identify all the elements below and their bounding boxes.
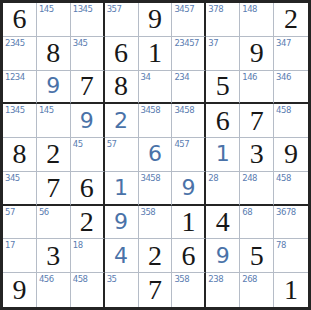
cell-r1c3[interactable]: 1345: [71, 3, 105, 37]
cell-r1c8[interactable]: 148: [240, 3, 274, 37]
cell-r2c4[interactable]: 6: [105, 37, 139, 71]
given-digit: 7: [250, 107, 264, 135]
pencil-marks: 357: [107, 4, 122, 14]
cell-r7c6[interactable]: 1: [172, 206, 206, 240]
pencil-marks: 3458: [141, 105, 161, 115]
given-digit: 9: [148, 5, 162, 33]
pencil-marks: 3458: [174, 105, 194, 115]
cell-r6c5[interactable]: 3458: [139, 172, 173, 206]
cell-r5c9[interactable]: 9: [274, 138, 308, 172]
pencil-marks: 268: [242, 274, 257, 284]
solved-digit: 1: [114, 177, 128, 199]
solved-digit: 4: [114, 245, 128, 267]
pencil-marks: 148: [242, 4, 257, 14]
pencil-marks: 456: [39, 274, 54, 284]
given-digit: 3: [250, 140, 264, 168]
pencil-marks: 18: [73, 240, 83, 250]
cell-r3c2[interactable]: 9: [37, 71, 71, 105]
cell-r3c6[interactable]: 234: [172, 71, 206, 105]
cell-r6c7[interactable]: 28: [206, 172, 240, 206]
cell-r2c8[interactable]: 9: [240, 37, 274, 71]
solved-digit: 9: [46, 75, 60, 97]
cell-r3c8[interactable]: 146: [240, 71, 274, 105]
cell-r4c3[interactable]: 9: [71, 104, 105, 138]
cell-r1c2[interactable]: 145: [37, 3, 71, 37]
cell-r2c9[interactable]: 347: [274, 37, 308, 71]
cell-r4c8[interactable]: 7: [240, 104, 274, 138]
given-digit: 6: [181, 242, 195, 270]
cell-r8c2[interactable]: 3: [37, 239, 71, 273]
cell-r1c5[interactable]: 9: [139, 3, 173, 37]
pencil-marks: 358: [141, 207, 156, 217]
pencil-marks: 358: [174, 274, 189, 284]
cell-r9c6[interactable]: 358: [172, 273, 206, 307]
cell-r5c1[interactable]: 8: [3, 138, 37, 172]
cell-r8c3[interactable]: 18: [71, 239, 105, 273]
cell-r6c6[interactable]: 9: [172, 172, 206, 206]
given-digit: 7: [46, 174, 60, 202]
pencil-marks: 146: [242, 72, 257, 82]
sudoku-board: 6145134535793457378148223458345612345737…: [0, 0, 311, 310]
pencil-marks: 17: [5, 240, 15, 250]
cell-r1c1[interactable]: 6: [3, 3, 37, 37]
given-digit: 8: [46, 39, 60, 67]
cell-r8c9[interactable]: 78: [274, 239, 308, 273]
cell-r2c2[interactable]: 8: [37, 37, 71, 71]
cell-r9c7[interactable]: 238: [206, 273, 240, 307]
given-digit: 2: [284, 5, 298, 33]
given-digit: 9: [12, 276, 26, 304]
given-digit: 1: [284, 276, 298, 304]
cell-r7c8[interactable]: 68: [240, 206, 274, 240]
pencil-marks: 28: [208, 173, 218, 183]
cell-r5c4[interactable]: 57: [105, 138, 139, 172]
solved-digit: 9: [181, 177, 195, 199]
cell-r9c8[interactable]: 268: [240, 273, 274, 307]
cell-r7c1[interactable]: 57: [3, 206, 37, 240]
given-digit: 6: [12, 5, 26, 33]
cell-r9c9[interactable]: 1: [274, 273, 308, 307]
solved-digit: 9: [80, 110, 94, 132]
given-digit: 8: [114, 72, 128, 100]
cell-r9c3[interactable]: 458: [71, 273, 105, 307]
pencil-marks: 457: [174, 139, 189, 149]
cell-r3c5[interactable]: 34: [139, 71, 173, 105]
solved-digit: 2: [114, 110, 128, 132]
given-digit: 6: [80, 174, 94, 202]
solved-digit: 1: [216, 143, 230, 165]
cell-r2c3[interactable]: 345: [71, 37, 105, 71]
cell-r5c2[interactable]: 2: [37, 138, 71, 172]
cell-r1c4[interactable]: 357: [105, 3, 139, 37]
cell-r9c2[interactable]: 456: [37, 273, 71, 307]
cell-r8c4[interactable]: 4: [105, 239, 139, 273]
cell-r6c2[interactable]: 7: [37, 172, 71, 206]
pencil-marks: 37: [208, 38, 218, 48]
pencil-marks: 1345: [5, 105, 25, 115]
cell-r5c8[interactable]: 3: [240, 138, 274, 172]
solved-digit: 9: [216, 245, 230, 267]
cell-r4c2[interactable]: 145: [37, 104, 71, 138]
cell-r1c9[interactable]: 2: [274, 3, 308, 37]
pencil-marks: 1234: [5, 72, 25, 82]
pencil-marks: 35: [107, 274, 117, 284]
solved-digit: 6: [148, 143, 162, 165]
pencil-marks: 145: [39, 4, 54, 14]
pencil-marks: 234: [174, 72, 189, 82]
pencil-marks: 78: [276, 240, 286, 250]
pencil-marks: 45: [73, 139, 83, 149]
pencil-marks: 346: [276, 72, 291, 82]
pencil-marks: 145: [39, 105, 54, 115]
pencil-marks: 3458: [141, 173, 161, 183]
given-digit: 5: [250, 242, 264, 270]
cell-r6c9[interactable]: 458: [274, 172, 308, 206]
solved-digit: 9: [114, 211, 128, 233]
cell-r2c7[interactable]: 37: [206, 37, 240, 71]
cell-r4c5[interactable]: 3458: [139, 104, 173, 138]
cell-r8c6[interactable]: 6: [172, 239, 206, 273]
cell-r6c8[interactable]: 248: [240, 172, 274, 206]
cell-r9c1[interactable]: 9: [3, 273, 37, 307]
cell-r6c3[interactable]: 6: [71, 172, 105, 206]
pencil-marks: 458: [276, 173, 291, 183]
cell-r3c1[interactable]: 1234: [3, 71, 37, 105]
cell-r8c5[interactable]: 2: [139, 239, 173, 273]
given-digit: 6: [114, 39, 128, 67]
pencil-marks: 458: [276, 105, 291, 115]
given-digit: 9: [250, 39, 264, 67]
given-digit: 7: [80, 72, 94, 100]
given-digit: 2: [80, 208, 94, 236]
given-digit: 4: [216, 208, 230, 236]
pencil-marks: 345: [73, 38, 88, 48]
pencil-marks: 3457: [174, 4, 194, 14]
pencil-marks: 57: [5, 207, 15, 217]
cell-r2c1[interactable]: 2345: [3, 37, 37, 71]
cell-r7c2[interactable]: 56: [37, 206, 71, 240]
cell-r8c8[interactable]: 5: [240, 239, 274, 273]
cell-r3c4[interactable]: 8: [105, 71, 139, 105]
cell-r1c6[interactable]: 3457: [172, 3, 206, 37]
cell-r5c3[interactable]: 45: [71, 138, 105, 172]
given-digit: 9: [284, 140, 298, 168]
cell-r7c7[interactable]: 4: [206, 206, 240, 240]
given-digit: 1: [181, 208, 195, 236]
pencil-marks: 378: [208, 4, 223, 14]
cell-r4c1[interactable]: 1345: [3, 104, 37, 138]
cell-r4c7[interactable]: 6: [206, 104, 240, 138]
cell-r6c1[interactable]: 345: [3, 172, 37, 206]
cell-r9c5[interactable]: 7: [139, 273, 173, 307]
cell-r5c7[interactable]: 1: [206, 138, 240, 172]
cell-r3c3[interactable]: 7: [71, 71, 105, 105]
pencil-marks: 458: [73, 274, 88, 284]
pencil-marks: 345: [5, 173, 20, 183]
cell-r5c5[interactable]: 6: [139, 138, 173, 172]
pencil-marks: 34: [141, 72, 151, 82]
pencil-marks: 57: [107, 139, 117, 149]
given-digit: 8: [12, 140, 26, 168]
given-digit: 5: [216, 72, 230, 100]
cell-r5c6[interactable]: 457: [172, 138, 206, 172]
pencil-marks: 2345: [5, 38, 25, 48]
pencil-marks: 347: [276, 38, 291, 48]
given-digit: 2: [46, 140, 60, 168]
cell-r9c4[interactable]: 35: [105, 273, 139, 307]
cell-r2c5[interactable]: 1: [139, 37, 173, 71]
cell-r3c7[interactable]: 5: [206, 71, 240, 105]
cell-r8c7[interactable]: 9: [206, 239, 240, 273]
pencil-marks: 56: [39, 207, 49, 217]
given-digit: 2: [148, 242, 162, 270]
pencil-marks: 1345: [73, 4, 93, 14]
pencil-marks: 248: [242, 173, 257, 183]
cell-r1c7[interactable]: 378: [206, 3, 240, 37]
given-digit: 1: [148, 39, 162, 67]
given-digit: 6: [216, 107, 230, 135]
cell-r3c9[interactable]: 346: [274, 71, 308, 105]
cell-r7c5[interactable]: 358: [139, 206, 173, 240]
given-digit: 7: [148, 276, 162, 304]
cell-r7c3[interactable]: 2: [71, 206, 105, 240]
cell-r4c6[interactable]: 3458: [172, 104, 206, 138]
cell-r8c1[interactable]: 17: [3, 239, 37, 273]
given-digit: 3: [46, 242, 60, 270]
cell-r4c4[interactable]: 2: [105, 104, 139, 138]
cell-r4c9[interactable]: 458: [274, 104, 308, 138]
pencil-marks: 3678: [276, 207, 296, 217]
pencil-marks: 68: [242, 207, 252, 217]
cell-r7c4[interactable]: 9: [105, 206, 139, 240]
pencil-marks: 238: [208, 274, 223, 284]
pencil-marks: 23457: [174, 38, 199, 48]
cell-r2c6[interactable]: 23457: [172, 37, 206, 71]
cell-r7c9[interactable]: 3678: [274, 206, 308, 240]
cell-r6c4[interactable]: 1: [105, 172, 139, 206]
